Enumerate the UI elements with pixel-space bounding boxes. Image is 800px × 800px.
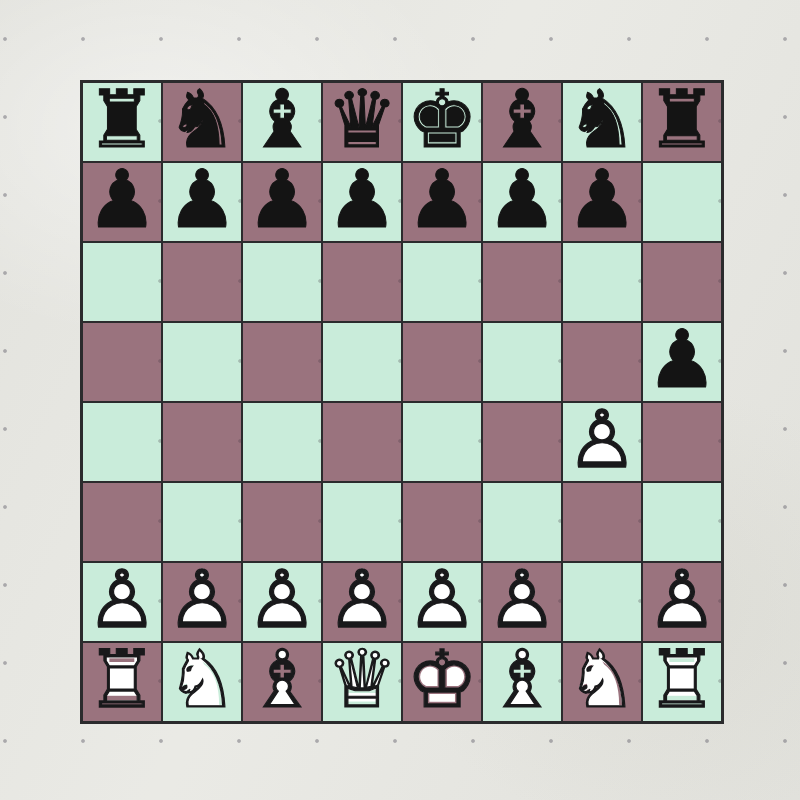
- square-g5[interactable]: [562, 322, 642, 402]
- square-a6[interactable]: [82, 242, 162, 322]
- square-c8[interactable]: ♝: [242, 82, 322, 162]
- piece-black-pawn[interactable]: ♟: [646, 320, 718, 400]
- square-d8[interactable]: ♛: [322, 82, 402, 162]
- square-e8[interactable]: ♚: [402, 82, 482, 162]
- square-h6[interactable]: [642, 242, 722, 322]
- square-d2[interactable]: ♙: [322, 562, 402, 642]
- square-c2[interactable]: ♙: [242, 562, 322, 642]
- piece-white-pawn[interactable]: ♙: [86, 560, 158, 640]
- square-a1[interactable]: ♖: [82, 642, 162, 722]
- piece-white-pawn[interactable]: ♙: [646, 560, 718, 640]
- piece-black-knight[interactable]: ♞: [166, 80, 238, 160]
- square-a8[interactable]: ♜: [82, 82, 162, 162]
- square-a3[interactable]: [82, 482, 162, 562]
- piece-black-pawn[interactable]: ♟: [566, 160, 638, 240]
- piece-black-queen[interactable]: ♛: [326, 80, 398, 160]
- square-f4[interactable]: [482, 402, 562, 482]
- square-c3[interactable]: [242, 482, 322, 562]
- piece-white-rook[interactable]: ♖: [86, 640, 158, 720]
- square-a4[interactable]: [82, 402, 162, 482]
- square-a2[interactable]: ♙: [82, 562, 162, 642]
- square-g2[interactable]: [562, 562, 642, 642]
- square-c5[interactable]: [242, 322, 322, 402]
- paper-background: ♜♞♝♛♚♝♞♜♟♟♟♟♟♟♟♟♙♙♙♙♙♙♙♙♖♘♗♕♔♗♘♖: [0, 0, 800, 800]
- square-f8[interactable]: ♝: [482, 82, 562, 162]
- square-b4[interactable]: [162, 402, 242, 482]
- piece-black-knight[interactable]: ♞: [566, 80, 638, 160]
- square-f7[interactable]: ♟: [482, 162, 562, 242]
- square-f2[interactable]: ♙: [482, 562, 562, 642]
- square-f5[interactable]: [482, 322, 562, 402]
- piece-black-bishop[interactable]: ♝: [486, 80, 558, 160]
- piece-black-pawn[interactable]: ♟: [326, 160, 398, 240]
- piece-black-rook[interactable]: ♜: [86, 80, 158, 160]
- square-b7[interactable]: ♟: [162, 162, 242, 242]
- square-b8[interactable]: ♞: [162, 82, 242, 162]
- piece-white-knight[interactable]: ♘: [166, 640, 238, 720]
- square-b6[interactable]: [162, 242, 242, 322]
- square-a7[interactable]: ♟: [82, 162, 162, 242]
- piece-white-pawn[interactable]: ♙: [166, 560, 238, 640]
- square-e1[interactable]: ♔: [402, 642, 482, 722]
- square-f3[interactable]: [482, 482, 562, 562]
- square-h2[interactable]: ♙: [642, 562, 722, 642]
- piece-white-pawn[interactable]: ♙: [246, 560, 318, 640]
- piece-white-king[interactable]: ♔: [406, 640, 478, 720]
- square-h8[interactable]: ♜: [642, 82, 722, 162]
- piece-white-rook[interactable]: ♖: [646, 640, 718, 720]
- piece-black-rook[interactable]: ♜: [646, 80, 718, 160]
- square-d6[interactable]: [322, 242, 402, 322]
- square-g4[interactable]: ♙: [562, 402, 642, 482]
- square-e3[interactable]: [402, 482, 482, 562]
- piece-white-queen[interactable]: ♕: [326, 640, 398, 720]
- square-f6[interactable]: [482, 242, 562, 322]
- piece-black-bishop[interactable]: ♝: [246, 80, 318, 160]
- square-b5[interactable]: [162, 322, 242, 402]
- square-h7[interactable]: [642, 162, 722, 242]
- piece-white-pawn[interactable]: ♙: [406, 560, 478, 640]
- square-e7[interactable]: ♟: [402, 162, 482, 242]
- square-c7[interactable]: ♟: [242, 162, 322, 242]
- piece-black-king[interactable]: ♚: [406, 80, 478, 160]
- piece-white-pawn[interactable]: ♙: [486, 560, 558, 640]
- square-e4[interactable]: [402, 402, 482, 482]
- square-b2[interactable]: ♙: [162, 562, 242, 642]
- square-d3[interactable]: [322, 482, 402, 562]
- square-g6[interactable]: [562, 242, 642, 322]
- square-c4[interactable]: [242, 402, 322, 482]
- square-h1[interactable]: ♖: [642, 642, 722, 722]
- square-d1[interactable]: ♕: [322, 642, 402, 722]
- square-g1[interactable]: ♘: [562, 642, 642, 722]
- piece-white-pawn[interactable]: ♙: [566, 400, 638, 480]
- piece-black-pawn[interactable]: ♟: [86, 160, 158, 240]
- piece-black-pawn[interactable]: ♟: [406, 160, 478, 240]
- square-b1[interactable]: ♘: [162, 642, 242, 722]
- square-g7[interactable]: ♟: [562, 162, 642, 242]
- square-c1[interactable]: ♗: [242, 642, 322, 722]
- square-g3[interactable]: [562, 482, 642, 562]
- piece-white-knight[interactable]: ♘: [566, 640, 638, 720]
- piece-white-bishop[interactable]: ♗: [246, 640, 318, 720]
- square-f1[interactable]: ♗: [482, 642, 562, 722]
- piece-white-pawn[interactable]: ♙: [326, 560, 398, 640]
- square-h3[interactable]: [642, 482, 722, 562]
- chess-board: ♜♞♝♛♚♝♞♜♟♟♟♟♟♟♟♟♙♙♙♙♙♙♙♙♖♘♗♕♔♗♘♖: [80, 80, 724, 724]
- square-h5[interactable]: ♟: [642, 322, 722, 402]
- square-d7[interactable]: ♟: [322, 162, 402, 242]
- square-e5[interactable]: [402, 322, 482, 402]
- piece-black-pawn[interactable]: ♟: [166, 160, 238, 240]
- piece-black-pawn[interactable]: ♟: [486, 160, 558, 240]
- square-a5[interactable]: [82, 322, 162, 402]
- square-e2[interactable]: ♙: [402, 562, 482, 642]
- square-b3[interactable]: [162, 482, 242, 562]
- piece-white-bishop[interactable]: ♗: [486, 640, 558, 720]
- square-h4[interactable]: [642, 402, 722, 482]
- square-d4[interactable]: [322, 402, 402, 482]
- square-c6[interactable]: [242, 242, 322, 322]
- piece-black-pawn[interactable]: ♟: [246, 160, 318, 240]
- square-g8[interactable]: ♞: [562, 82, 642, 162]
- square-d5[interactable]: [322, 322, 402, 402]
- square-e6[interactable]: [402, 242, 482, 322]
